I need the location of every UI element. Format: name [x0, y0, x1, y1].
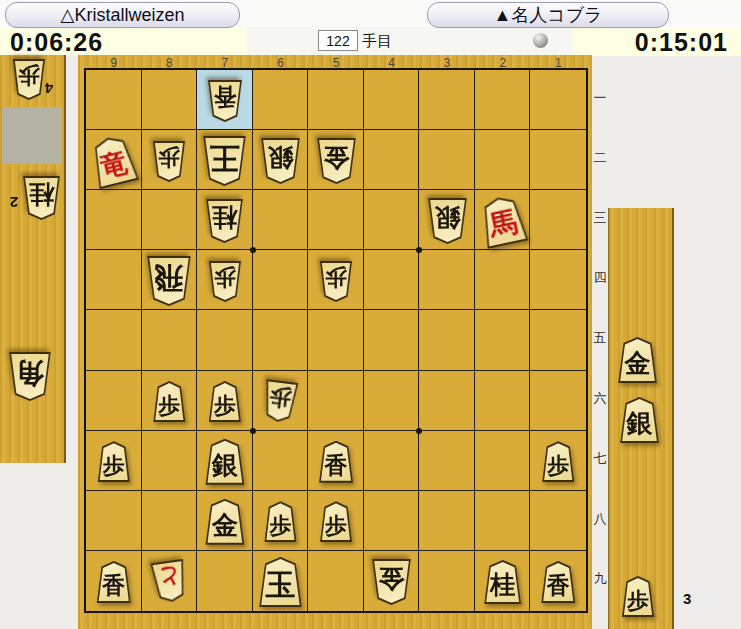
hoshi-dot	[250, 247, 256, 253]
hand-piece-count: 2	[10, 194, 18, 211]
board-square-91[interactable]	[86, 70, 142, 130]
file-label: 3	[419, 56, 475, 68]
board-square-85[interactable]	[142, 310, 198, 370]
shogi-piece-gote[interactable]: 歩	[152, 141, 186, 182]
shogi-piece-sente[interactable]: 歩	[97, 441, 131, 482]
shogi-piece-sente[interactable]: 玉	[258, 557, 303, 607]
board-square-65[interactable]	[253, 310, 309, 370]
board-square-88[interactable]	[142, 491, 198, 551]
shogi-piece-gote[interactable]: 香	[207, 80, 243, 122]
board-square-46[interactable]	[364, 371, 420, 431]
file-label: 2	[475, 56, 531, 68]
file-label: 8	[142, 56, 198, 68]
board-grid[interactable]: 香竜歩王銀金桂銀馬飛歩歩歩歩歩歩銀香歩金歩歩香と玉金桂香	[84, 68, 588, 613]
board-square-83[interactable]	[142, 190, 198, 250]
board-square-35[interactable]	[419, 310, 475, 370]
hand-piece-count: 3	[683, 590, 691, 607]
rank-label: 四	[593, 248, 607, 308]
rank-label: 九	[593, 549, 607, 609]
gote-hand-tray: 歩4桂2角	[0, 55, 66, 463]
board-panel: 987654321 香竜歩王銀金桂銀馬飛歩歩歩歩歩歩銀香歩金歩歩香と玉金桂香	[78, 55, 592, 629]
board-square-63[interactable]	[253, 190, 309, 250]
board-square-51[interactable]	[308, 70, 364, 130]
board-square-31[interactable]	[419, 70, 475, 130]
file-labels: 987654321	[86, 56, 586, 68]
board-square-21[interactable]	[475, 70, 531, 130]
hand-piece-gote[interactable]: 角	[8, 352, 52, 401]
hoshi-dot	[416, 247, 422, 253]
board-square-47[interactable]	[364, 431, 420, 491]
file-label: 9	[86, 56, 142, 68]
board-square-39[interactable]	[419, 551, 475, 611]
file-label: 7	[197, 56, 253, 68]
shogi-piece-gote[interactable]: 桂	[205, 199, 244, 243]
board-square-18[interactable]	[530, 491, 586, 551]
board-square-64[interactable]	[253, 250, 309, 310]
rank-label: 五	[593, 308, 607, 368]
shogi-piece-gote[interactable]: 歩	[208, 261, 242, 302]
rank-label: 二	[593, 128, 607, 188]
shogi-piece-gote[interactable]: 飛	[146, 256, 192, 306]
shogi-piece-sente[interactable]: 香	[540, 561, 576, 603]
sente-name: ▲名人コブラ	[493, 3, 602, 27]
rank-label: 七	[593, 429, 607, 489]
gote-name-plate: △Kristallweizen	[5, 2, 240, 28]
board-square-42[interactable]	[364, 130, 420, 190]
shogi-piece-sente[interactable]: 銀	[204, 439, 245, 485]
board-square-98[interactable]	[86, 491, 142, 551]
hand-piece-sente[interactable]: 銀	[619, 397, 660, 443]
board-square-61[interactable]	[253, 70, 309, 130]
board-square-43[interactable]	[364, 190, 420, 250]
shogi-piece-gote[interactable]: 銀	[427, 198, 468, 244]
board-square-59[interactable]	[308, 551, 364, 611]
board-square-53[interactable]	[308, 190, 364, 250]
rank-labels: 一二三四五六七八九	[593, 68, 607, 609]
board-square-25[interactable]	[475, 310, 531, 370]
hand-piece-gote[interactable]: 桂	[22, 176, 61, 220]
shogi-piece-gote[interactable]: 銀	[260, 138, 301, 184]
board-square-95[interactable]	[86, 310, 142, 370]
gote-clock: 0:06:26	[10, 28, 103, 57]
board-square-11[interactable]	[530, 70, 586, 130]
rank-label: 一	[593, 68, 607, 128]
shogi-piece-gote[interactable]: 王	[202, 136, 247, 186]
hoshi-dot	[416, 428, 422, 434]
gote-name: △Kristallweizen	[61, 4, 185, 26]
shogi-piece-sente[interactable]: 香	[318, 441, 354, 483]
hand-piece-gote[interactable]: 歩	[12, 59, 46, 100]
shogi-piece-sente[interactable]: 桂	[483, 560, 522, 604]
board-square-34[interactable]	[419, 250, 475, 310]
shogi-piece-gote[interactable]: 金	[316, 138, 357, 184]
board-square-37[interactable]	[419, 431, 475, 491]
move-count: 122	[326, 33, 349, 49]
board-square-36[interactable]	[419, 371, 475, 431]
board-square-41[interactable]	[364, 70, 420, 130]
board-square-32[interactable]	[419, 130, 475, 190]
shogi-piece-sente[interactable]: 歩	[541, 441, 575, 482]
board-square-27[interactable]	[475, 431, 531, 491]
board-square-12[interactable]	[530, 130, 586, 190]
board-square-38[interactable]	[419, 491, 475, 551]
board-square-94[interactable]	[86, 250, 142, 310]
rank-label: 八	[593, 489, 607, 549]
hand-piece-sente[interactable]: 金	[617, 337, 658, 383]
hand-empty-slot	[2, 107, 62, 164]
board-square-26[interactable]	[475, 371, 531, 431]
board-square-81[interactable]	[142, 70, 198, 130]
shogi-piece-gote[interactable]: と	[149, 559, 189, 604]
shogi-piece-gote[interactable]: 歩	[319, 261, 353, 302]
shogi-piece-sente[interactable]: 歩	[319, 501, 353, 542]
board-square-24[interactable]	[475, 250, 531, 310]
shogi-piece-sente[interactable]: 歩	[152, 381, 186, 422]
shogi-piece-gote[interactable]: 歩	[261, 379, 300, 424]
board-square-48[interactable]	[364, 491, 420, 551]
shogi-app: △Kristallweizen ▲名人コブラ 0:06:26 0:15:01 1…	[0, 0, 741, 629]
board-square-44[interactable]	[364, 250, 420, 310]
shogi-piece-sente[interactable]: 歩	[263, 501, 297, 542]
file-label: 1	[531, 56, 587, 68]
hand-piece-sente[interactable]: 歩	[621, 576, 655, 617]
board-square-22[interactable]	[475, 130, 531, 190]
sente-hand-tray: 金銀歩3	[608, 208, 674, 629]
board-square-75[interactable]	[197, 310, 253, 370]
file-label: 5	[308, 56, 364, 68]
board-square-93[interactable]	[86, 190, 142, 250]
shogi-piece-sente[interactable]: 歩	[208, 381, 242, 422]
hand-piece-count: 4	[45, 80, 53, 97]
move-count-label: 手目	[362, 32, 392, 51]
board-square-13[interactable]	[530, 190, 586, 250]
board-square-16[interactable]	[530, 371, 586, 431]
board-square-56[interactable]	[308, 371, 364, 431]
file-label: 4	[364, 56, 420, 68]
file-label: 6	[253, 56, 309, 68]
rank-label: 三	[593, 188, 607, 248]
shogi-piece-sente[interactable]: 金	[204, 499, 245, 545]
move-counter-box: 122	[318, 30, 358, 51]
board-square-14[interactable]	[530, 250, 586, 310]
board-square-45[interactable]	[364, 310, 420, 370]
board-square-67[interactable]	[253, 431, 309, 491]
shogi-piece-sente[interactable]: 馬	[476, 193, 529, 249]
sente-name-plate: ▲名人コブラ	[427, 2, 669, 28]
board-square-28[interactable]	[475, 491, 531, 551]
board-square-15[interactable]	[530, 310, 586, 370]
shogi-piece-gote[interactable]: 金	[371, 559, 412, 605]
sente-clock: 0:15:01	[582, 28, 728, 57]
board-square-96[interactable]	[86, 371, 142, 431]
board-square-55[interactable]	[308, 310, 364, 370]
shogi-piece-sente[interactable]: 香	[96, 561, 132, 603]
rank-label: 六	[593, 369, 607, 429]
board-square-79[interactable]	[197, 551, 253, 611]
board-square-87[interactable]	[142, 431, 198, 491]
turn-indicator-icon	[533, 33, 548, 48]
hoshi-dot	[250, 428, 256, 434]
